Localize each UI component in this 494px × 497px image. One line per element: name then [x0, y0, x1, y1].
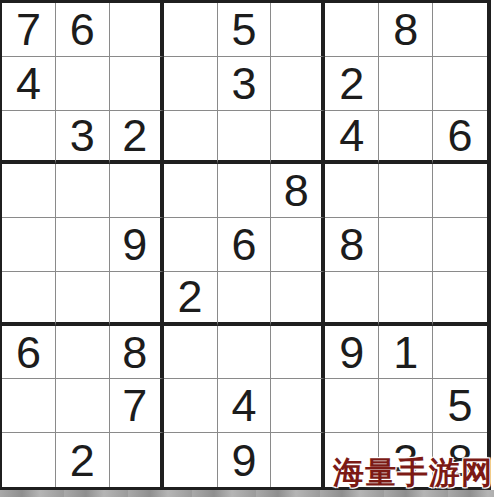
sudoku-cell-r5c1[interactable] — [2, 218, 56, 272]
sudoku-cell-r7c1[interactable]: 6 — [2, 326, 56, 380]
sudoku-cell-r9c6[interactable] — [271, 433, 325, 487]
sudoku-cell-r6c5[interactable] — [218, 272, 272, 326]
sudoku-cell-r8c5[interactable]: 4 — [218, 379, 272, 433]
sudoku-cell-r4c1[interactable] — [2, 164, 56, 218]
sudoku-cell-r2c9[interactable] — [433, 57, 487, 111]
sudoku-cell-r7c5[interactable] — [218, 326, 272, 380]
sudoku-cell-r3c1[interactable] — [2, 111, 56, 165]
sudoku-cell-r5c2[interactable] — [56, 218, 110, 272]
sudoku-cell-r8c1[interactable] — [2, 379, 56, 433]
sudoku-cell-r6c4[interactable]: 2 — [164, 272, 218, 326]
sudoku-cell-r4c2[interactable] — [56, 164, 110, 218]
sudoku-cell-r8c9[interactable]: 5 — [433, 379, 487, 433]
sudoku-cell-r3c5[interactable] — [218, 111, 272, 165]
sudoku-cell-r9c5[interactable]: 9 — [218, 433, 272, 487]
sudoku-cell-r2c7[interactable]: 2 — [325, 57, 379, 111]
sudoku-cell-r1c8[interactable]: 8 — [379, 3, 433, 57]
sudoku-cell-r7c3[interactable]: 8 — [110, 326, 164, 380]
sudoku-cell-r5c9[interactable] — [433, 218, 487, 272]
sudoku-cell-r5c6[interactable] — [271, 218, 325, 272]
sudoku-cell-r1c1[interactable]: 7 — [2, 3, 56, 57]
sudoku-cell-r8c2[interactable] — [56, 379, 110, 433]
sudoku-cell-r7c6[interactable] — [271, 326, 325, 380]
sudoku-cell-r9c1[interactable] — [2, 433, 56, 487]
sudoku-cell-r2c4[interactable] — [164, 57, 218, 111]
sudoku-cell-r3c3[interactable]: 2 — [110, 111, 164, 165]
sudoku-cell-r6c2[interactable] — [56, 272, 110, 326]
sudoku-cell-r4c7[interactable] — [325, 164, 379, 218]
sudoku-cell-r1c6[interactable] — [271, 3, 325, 57]
sudoku-cell-r8c6[interactable] — [271, 379, 325, 433]
sudoku-cell-r2c1[interactable]: 4 — [2, 57, 56, 111]
sudoku-cell-r9c3[interactable] — [110, 433, 164, 487]
sudoku-screenshot: 765843232468968268917452938 海量手游网 — [0, 0, 494, 497]
sudoku-cell-r7c9[interactable] — [433, 326, 487, 380]
sudoku-cell-r2c8[interactable] — [379, 57, 433, 111]
sudoku-cell-r1c2[interactable]: 6 — [56, 3, 110, 57]
sudoku-cell-r8c4[interactable] — [164, 379, 218, 433]
watermark-text: 海量手游网 — [333, 452, 493, 494]
sudoku-cell-r4c3[interactable] — [110, 164, 164, 218]
sudoku-cell-r8c8[interactable] — [379, 379, 433, 433]
sudoku-cell-r5c3[interactable]: 9 — [110, 218, 164, 272]
sudoku-cell-r1c3[interactable] — [110, 3, 164, 57]
sudoku-cell-r3c4[interactable] — [164, 111, 218, 165]
sudoku-cell-r4c9[interactable] — [433, 164, 487, 218]
sudoku-cell-r4c6[interactable]: 8 — [271, 164, 325, 218]
sudoku-cell-r9c4[interactable] — [164, 433, 218, 487]
sudoku-cell-r6c1[interactable] — [2, 272, 56, 326]
sudoku-cell-r6c6[interactable] — [271, 272, 325, 326]
sudoku-cell-r4c8[interactable] — [379, 164, 433, 218]
sudoku-cell-r4c4[interactable] — [164, 164, 218, 218]
sudoku-cell-r6c3[interactable] — [110, 272, 164, 326]
sudoku-cell-r1c4[interactable] — [164, 3, 218, 57]
sudoku-cell-r5c8[interactable] — [379, 218, 433, 272]
sudoku-cell-r8c3[interactable]: 7 — [110, 379, 164, 433]
sudoku-cell-r7c2[interactable] — [56, 326, 110, 380]
sudoku-board: 765843232468968268917452938 — [0, 0, 491, 490]
sudoku-cell-r5c4[interactable] — [164, 218, 218, 272]
sudoku-cell-r1c9[interactable] — [433, 3, 487, 57]
sudoku-cell-r6c9[interactable] — [433, 272, 487, 326]
sudoku-cell-r2c5[interactable]: 3 — [218, 57, 272, 111]
sudoku-cell-r6c8[interactable] — [379, 272, 433, 326]
sudoku-cell-r4c5[interactable] — [218, 164, 272, 218]
sudoku-cell-r3c8[interactable] — [379, 111, 433, 165]
sudoku-cell-r3c2[interactable]: 3 — [56, 111, 110, 165]
sudoku-cell-r8c7[interactable] — [325, 379, 379, 433]
sudoku-cell-r7c4[interactable] — [164, 326, 218, 380]
sudoku-cell-r3c6[interactable] — [271, 111, 325, 165]
sudoku-cell-r6c7[interactable] — [325, 272, 379, 326]
sudoku-cell-r1c7[interactable] — [325, 3, 379, 57]
sudoku-cell-r2c2[interactable] — [56, 57, 110, 111]
sudoku-cell-r7c8[interactable]: 1 — [379, 326, 433, 380]
sudoku-cell-r5c5[interactable]: 6 — [218, 218, 272, 272]
sudoku-cell-r3c9[interactable]: 6 — [433, 111, 487, 165]
sudoku-cell-r7c7[interactable]: 9 — [325, 326, 379, 380]
sudoku-cell-r1c5[interactable]: 5 — [218, 3, 272, 57]
sudoku-cell-r2c6[interactable] — [271, 57, 325, 111]
sudoku-cell-r9c2[interactable]: 2 — [56, 433, 110, 487]
sudoku-cell-r2c3[interactable] — [110, 57, 164, 111]
sudoku-cell-r3c7[interactable]: 4 — [325, 111, 379, 165]
sudoku-cell-r5c7[interactable]: 8 — [325, 218, 379, 272]
